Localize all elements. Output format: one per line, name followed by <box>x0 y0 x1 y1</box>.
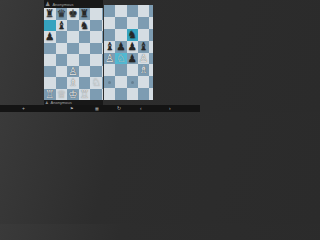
square[interactable] <box>67 31 79 43</box>
square[interactable] <box>149 41 153 53</box>
square[interactable] <box>104 5 115 17</box>
chess-piece-p[interactable]: ♟ <box>127 53 138 65</box>
chess-piece-N[interactable]: ♘ <box>115 53 126 65</box>
square[interactable]: ♝ <box>138 41 149 53</box>
chess-piece-n[interactable]: ♞ <box>127 29 138 41</box>
move-hint-dot <box>131 81 134 84</box>
square[interactable]: ♘ <box>90 77 102 89</box>
square[interactable] <box>79 77 91 89</box>
square[interactable] <box>102 8 103 20</box>
chess-piece-p[interactable]: ♟ <box>44 31 56 43</box>
square[interactable] <box>138 17 149 29</box>
square[interactable] <box>127 64 138 76</box>
square[interactable] <box>104 88 115 100</box>
square[interactable] <box>138 88 149 100</box>
square[interactable] <box>149 17 153 29</box>
chess-piece-R[interactable]: ♖ <box>44 89 56 101</box>
player-name-top: Anonymous <box>52 2 73 7</box>
chess-piece-q[interactable]: ♛ <box>56 8 68 20</box>
square[interactable] <box>56 43 68 55</box>
left-game-window: ♟ Anonymous ♜♛♚♜♝♞♟♙♗♘♖♕♔♖ ♟ Anonymous <box>44 0 103 105</box>
square[interactable]: ♚ <box>67 8 79 20</box>
square[interactable]: ♘ <box>115 53 126 65</box>
chess-piece-Q[interactable]: ♕ <box>56 89 68 101</box>
square[interactable]: ♞ <box>127 29 138 41</box>
square[interactable] <box>115 5 126 17</box>
square[interactable] <box>138 29 149 41</box>
square[interactable] <box>79 54 91 66</box>
square[interactable]: ♝ <box>104 41 115 53</box>
right-chess-board[interactable]: ♞♝♟♟♝♙♘♟♙♗ <box>104 5 153 100</box>
chess-piece-k[interactable]: ♚ <box>67 8 79 20</box>
chess-piece-B[interactable]: ♗ <box>138 64 149 76</box>
forward-icon[interactable]: › <box>169 105 171 112</box>
square[interactable] <box>115 17 126 29</box>
move-hint-dot <box>108 81 111 84</box>
flip-icon[interactable]: ↻ <box>117 105 121 112</box>
bottom-toolbar: + ⚑ ▦ ↻ ‹ › <box>0 105 200 112</box>
square[interactable] <box>79 43 91 55</box>
square[interactable] <box>115 76 126 88</box>
square[interactable] <box>104 76 115 88</box>
square[interactable] <box>102 89 103 101</box>
square[interactable] <box>127 76 138 88</box>
square[interactable]: ♟ <box>115 41 126 53</box>
square[interactable] <box>115 64 126 76</box>
square[interactable]: ♛ <box>56 8 68 20</box>
chess-piece-b[interactable]: ♝ <box>56 20 68 32</box>
square[interactable]: ♕ <box>56 89 68 101</box>
square[interactable]: ♖ <box>44 89 56 101</box>
chess-piece-P[interactable]: ♙ <box>104 53 115 65</box>
square[interactable] <box>44 54 56 66</box>
square[interactable]: ♗ <box>67 77 79 89</box>
square[interactable] <box>56 77 68 89</box>
square[interactable] <box>90 89 102 101</box>
square[interactable] <box>104 29 115 41</box>
square[interactable] <box>149 29 153 41</box>
chess-piece-N[interactable]: ♘ <box>90 77 102 89</box>
chess-piece-p[interactable]: ♟ <box>115 41 126 53</box>
square[interactable]: ♗ <box>138 64 149 76</box>
square[interactable] <box>44 43 56 55</box>
square[interactable] <box>127 5 138 17</box>
plus-icon[interactable]: + <box>22 105 25 112</box>
square[interactable]: ♟ <box>127 41 138 53</box>
square[interactable] <box>90 43 102 55</box>
square[interactable] <box>149 76 153 88</box>
square[interactable] <box>102 20 103 32</box>
square[interactable] <box>67 20 79 32</box>
chess-piece-r[interactable]: ♜ <box>44 8 56 20</box>
black-pawn-icon: ♟ <box>45 101 49 105</box>
square[interactable]: ♝ <box>56 20 68 32</box>
chess-piece-R[interactable]: ♖ <box>79 89 91 101</box>
board-icon[interactable]: ▦ <box>95 105 99 112</box>
square[interactable] <box>79 66 91 78</box>
square[interactable] <box>127 88 138 100</box>
square[interactable] <box>102 66 103 78</box>
chess-piece-b[interactable]: ♝ <box>138 41 149 53</box>
square[interactable] <box>127 17 138 29</box>
square[interactable]: ♙ <box>104 53 115 65</box>
square[interactable] <box>149 53 153 65</box>
chess-piece-B[interactable]: ♗ <box>67 77 79 89</box>
square[interactable] <box>44 77 56 89</box>
square[interactable] <box>149 5 153 17</box>
square[interactable] <box>115 88 126 100</box>
square[interactable] <box>102 43 103 55</box>
flag-icon[interactable]: ⚑ <box>70 105 74 112</box>
square[interactable]: ♖ <box>79 89 91 101</box>
square[interactable] <box>90 8 102 20</box>
square[interactable] <box>44 66 56 78</box>
black-pawn-icon: ♟ <box>45 1 50 7</box>
chess-piece-b[interactable]: ♝ <box>104 41 115 53</box>
square[interactable] <box>79 31 91 43</box>
square[interactable] <box>56 31 68 43</box>
square[interactable] <box>104 17 115 29</box>
square[interactable] <box>67 43 79 55</box>
square[interactable] <box>102 77 103 89</box>
square[interactable] <box>138 5 149 17</box>
player-bar-top: ♟ Anonymous <box>44 0 103 8</box>
square[interactable] <box>104 64 115 76</box>
square[interactable]: ♞ <box>79 20 91 32</box>
square[interactable] <box>149 88 153 100</box>
square[interactable] <box>149 64 153 76</box>
square[interactable] <box>138 76 149 88</box>
chess-piece-K[interactable]: ♔ <box>67 89 79 101</box>
chess-piece-p[interactable]: ♟ <box>127 41 138 53</box>
square[interactable] <box>90 54 102 66</box>
square[interactable] <box>102 31 103 43</box>
square[interactable] <box>102 54 103 66</box>
square[interactable]: ♟ <box>44 31 56 43</box>
square[interactable] <box>90 20 102 32</box>
square[interactable] <box>115 29 126 41</box>
square[interactable] <box>90 31 102 43</box>
left-chess-board[interactable]: ♜♛♚♜♝♞♟♙♗♘♖♕♔♖ <box>44 8 103 100</box>
square[interactable]: ♜ <box>79 8 91 20</box>
square[interactable]: ♜ <box>44 8 56 20</box>
square[interactable]: ♔ <box>67 89 79 101</box>
back-icon[interactable]: ‹ <box>140 105 142 112</box>
chess-piece-r[interactable]: ♜ <box>79 8 91 20</box>
square[interactable] <box>56 66 68 78</box>
square[interactable] <box>67 54 79 66</box>
square[interactable]: ♟ <box>127 53 138 65</box>
square[interactable] <box>56 54 68 66</box>
chess-piece-n[interactable]: ♞ <box>79 20 91 32</box>
